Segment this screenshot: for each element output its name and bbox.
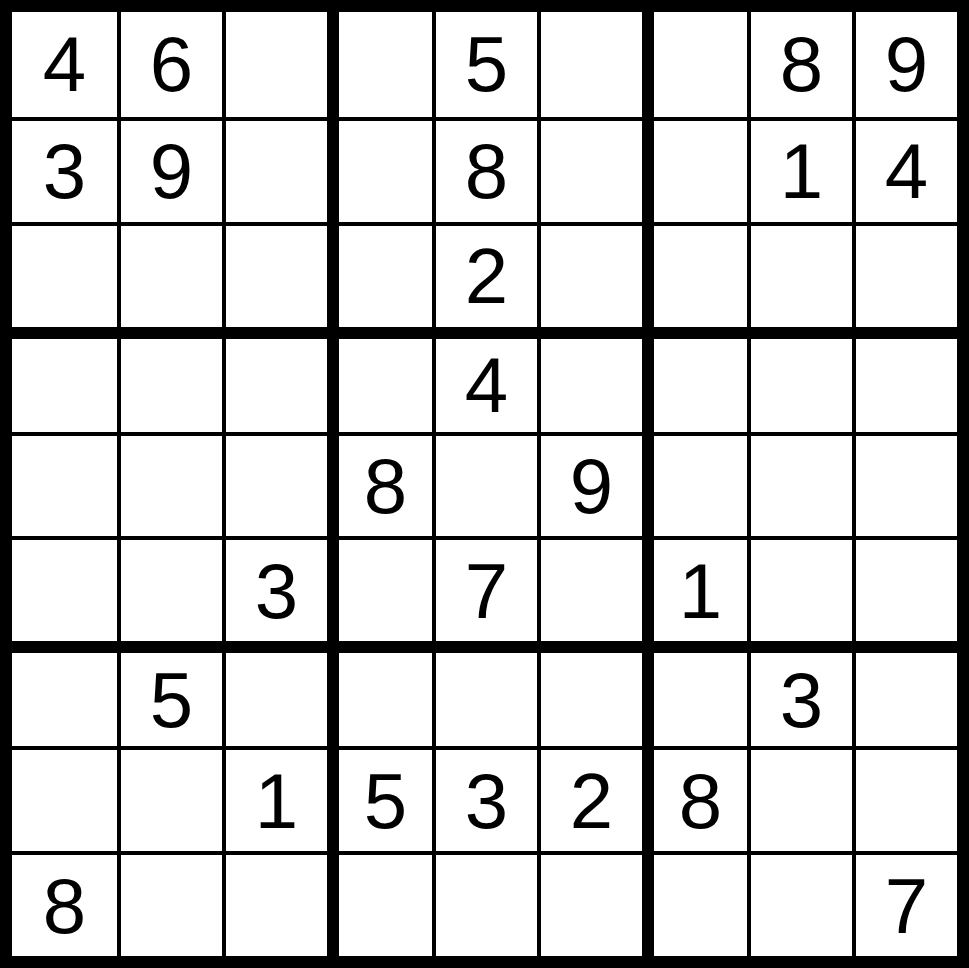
cell-r8c8-empty[interactable] [747, 746, 852, 851]
cell-r4c1-empty[interactable] [12, 327, 117, 432]
cell-r7c6-empty[interactable] [537, 641, 642, 746]
cell-r9c4-empty[interactable] [327, 851, 432, 956]
cell-r2c6-empty[interactable] [537, 117, 642, 222]
sudoku-page: 46589398142489371531532887 [0, 0, 969, 968]
cell-r3c5-given: 2 [432, 222, 537, 327]
cell-r7c7-empty[interactable] [642, 641, 747, 746]
cell-r3c7-empty[interactable] [642, 222, 747, 327]
cell-r4c4-empty[interactable] [327, 327, 432, 432]
cell-r9c9-given: 7 [852, 851, 957, 956]
cell-r6c7-given: 1 [642, 536, 747, 641]
cell-r8c1-empty[interactable] [12, 746, 117, 851]
cell-r7c4-empty[interactable] [327, 641, 432, 746]
cell-r4c3-empty[interactable] [222, 327, 327, 432]
cell-r4c8-empty[interactable] [747, 327, 852, 432]
cell-r8c5-given: 3 [432, 746, 537, 851]
cell-r8c2-empty[interactable] [117, 746, 222, 851]
cell-r7c8-given: 3 [747, 641, 852, 746]
cell-r7c1-empty[interactable] [12, 641, 117, 746]
cell-r4c5-given: 4 [432, 327, 537, 432]
cell-r6c2-empty[interactable] [117, 536, 222, 641]
cell-r8c9-empty[interactable] [852, 746, 957, 851]
cell-r7c2-given: 5 [117, 641, 222, 746]
cell-r4c9-empty[interactable] [852, 327, 957, 432]
cell-r7c3-empty[interactable] [222, 641, 327, 746]
cell-r6c9-empty[interactable] [852, 536, 957, 641]
cell-r9c8-empty[interactable] [747, 851, 852, 956]
cell-r4c7-empty[interactable] [642, 327, 747, 432]
cell-r1c1-given: 4 [12, 12, 117, 117]
cell-r9c3-empty[interactable] [222, 851, 327, 956]
cell-r3c9-empty[interactable] [852, 222, 957, 327]
cell-r5c7-empty[interactable] [642, 432, 747, 537]
cell-r3c2-empty[interactable] [117, 222, 222, 327]
cell-r8c4-given: 5 [327, 746, 432, 851]
cell-r4c6-empty[interactable] [537, 327, 642, 432]
cell-r5c3-empty[interactable] [222, 432, 327, 537]
cell-r5c5-empty[interactable] [432, 432, 537, 537]
cell-r3c8-empty[interactable] [747, 222, 852, 327]
cell-r6c3-given: 3 [222, 536, 327, 641]
cell-r6c5-given: 7 [432, 536, 537, 641]
cell-r1c8-given: 8 [747, 12, 852, 117]
cell-r2c2-given: 9 [117, 117, 222, 222]
cell-r2c5-given: 8 [432, 117, 537, 222]
cell-r1c6-empty[interactable] [537, 12, 642, 117]
cell-r2c8-given: 1 [747, 117, 852, 222]
cell-r5c8-empty[interactable] [747, 432, 852, 537]
cell-r3c4-empty[interactable] [327, 222, 432, 327]
cell-r3c6-empty[interactable] [537, 222, 642, 327]
cell-r3c1-empty[interactable] [12, 222, 117, 327]
cell-r9c1-given: 8 [12, 851, 117, 956]
cell-r2c1-given: 3 [12, 117, 117, 222]
cell-r1c5-given: 5 [432, 12, 537, 117]
cell-r8c7-given: 8 [642, 746, 747, 851]
cell-r9c2-empty[interactable] [117, 851, 222, 956]
cell-r1c3-empty[interactable] [222, 12, 327, 117]
sudoku-board: 46589398142489371531532887 [0, 0, 969, 968]
cell-r6c6-empty[interactable] [537, 536, 642, 641]
cell-r1c9-given: 9 [852, 12, 957, 117]
cell-r9c5-empty[interactable] [432, 851, 537, 956]
cell-r7c9-empty[interactable] [852, 641, 957, 746]
cell-r8c6-given: 2 [537, 746, 642, 851]
cell-r4c2-empty[interactable] [117, 327, 222, 432]
cell-r2c9-given: 4 [852, 117, 957, 222]
cell-r2c7-empty[interactable] [642, 117, 747, 222]
cell-r5c6-given: 9 [537, 432, 642, 537]
cell-r6c1-empty[interactable] [12, 536, 117, 641]
cell-r9c7-empty[interactable] [642, 851, 747, 956]
cell-r5c2-empty[interactable] [117, 432, 222, 537]
cell-r1c7-empty[interactable] [642, 12, 747, 117]
cell-r2c3-empty[interactable] [222, 117, 327, 222]
cell-r6c8-empty[interactable] [747, 536, 852, 641]
cell-r3c3-empty[interactable] [222, 222, 327, 327]
cell-r2c4-empty[interactable] [327, 117, 432, 222]
cell-r9c6-empty[interactable] [537, 851, 642, 956]
cell-r6c4-empty[interactable] [327, 536, 432, 641]
cell-r5c1-empty[interactable] [12, 432, 117, 537]
cell-r7c5-empty[interactable] [432, 641, 537, 746]
cell-r5c9-empty[interactable] [852, 432, 957, 537]
cell-r1c2-given: 6 [117, 12, 222, 117]
cell-r8c3-given: 1 [222, 746, 327, 851]
cell-r5c4-given: 8 [327, 432, 432, 537]
cell-r1c4-empty[interactable] [327, 12, 432, 117]
